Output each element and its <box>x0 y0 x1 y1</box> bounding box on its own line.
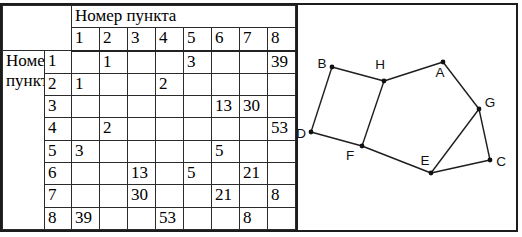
edge-C-G <box>479 109 490 160</box>
edge-A-H <box>384 62 443 81</box>
matrix-cell-3-4 <box>156 95 184 117</box>
matrix-cell-4-5 <box>184 118 212 140</box>
matrix-cell-2-5 <box>184 73 212 95</box>
matrix-cell-6-8 <box>268 162 296 184</box>
vertex-label-A: A <box>435 65 444 80</box>
matrix-cell-8-1: 39 <box>72 207 100 229</box>
content-frame: Номер пункта 12345678 Номерпункта1133921… <box>0 3 518 232</box>
matrix-cell-1-7 <box>240 51 268 73</box>
matrix-cell-5-6: 5 <box>212 140 240 162</box>
graph-area: ABCDEFGH <box>298 5 516 230</box>
vertex-dot-D <box>309 130 314 135</box>
edge-D-F <box>311 132 362 146</box>
matrix-cell-6-2 <box>100 162 128 184</box>
edge-A-G <box>443 62 479 109</box>
matrix-cell-1-4 <box>156 51 184 73</box>
matrix-cell-2-1: 1 <box>72 73 100 95</box>
matrix-row-4: 4253 <box>3 118 296 140</box>
matrix-cell-6-7: 21 <box>240 162 268 184</box>
row-label-2: 2 <box>45 73 72 95</box>
col-label-4: 4 <box>156 28 184 51</box>
matrix-cell-1-1 <box>72 51 100 73</box>
matrix-cell-1-3 <box>128 51 156 73</box>
matrix-cell-2-7 <box>240 73 268 95</box>
vertex-dot-E <box>429 171 434 176</box>
matrix-cell-3-5 <box>184 95 212 117</box>
matrix-row-2: 212 <box>3 73 296 95</box>
matrix-cell-4-4 <box>156 118 184 140</box>
row-label-7: 7 <box>45 185 72 207</box>
vertex-dot-H <box>382 79 387 84</box>
matrix-cell-3-7: 30 <box>240 95 268 117</box>
matrix-cell-2-3 <box>128 73 156 95</box>
matrix-cell-6-4 <box>156 162 184 184</box>
matrix-row-7: 730218 <box>3 185 296 207</box>
matrix-cell-5-1: 3 <box>72 140 100 162</box>
matrix-cell-3-6: 13 <box>212 95 240 117</box>
matrix-cell-6-3: 13 <box>128 162 156 184</box>
vertex-dot-B <box>330 65 335 70</box>
distance-table-wrap: Номер пункта 12345678 Номерпункта1133921… <box>2 5 298 230</box>
vertex-label-B: B <box>317 56 326 71</box>
matrix-cell-8-3 <box>128 207 156 229</box>
matrix-cell-2-8 <box>268 73 296 95</box>
matrix-cell-4-7 <box>240 118 268 140</box>
matrix-cell-7-8: 8 <box>268 185 296 207</box>
matrix-cell-2-6 <box>212 73 240 95</box>
matrix-cell-7-4 <box>156 185 184 207</box>
row-label-8: 8 <box>45 207 72 229</box>
edge-F-H <box>362 81 384 146</box>
matrix-cell-8-7: 8 <box>240 207 268 229</box>
vertex-dot-F <box>360 144 365 149</box>
col-label-5: 5 <box>184 28 212 51</box>
matrix-cell-4-3 <box>128 118 156 140</box>
row-label-5: 5 <box>45 140 72 162</box>
row-label-6: 6 <box>45 162 72 184</box>
matrix-cell-7-1 <box>72 185 100 207</box>
matrix-cell-5-2 <box>100 140 128 162</box>
matrix-cell-3-2 <box>100 95 128 117</box>
matrix-row-1: Номерпункта11339 <box>3 51 296 73</box>
vertex-dot-G <box>477 107 482 112</box>
matrix-cell-5-4 <box>156 140 184 162</box>
matrix-cell-3-3 <box>128 95 156 117</box>
corner-cell <box>3 6 72 51</box>
vertex-label-G: G <box>485 95 496 110</box>
matrix-cell-1-5: 3 <box>184 51 212 73</box>
top-header-row: Номер пункта <box>3 6 296 28</box>
left-header-label: Номерпункта <box>3 51 45 230</box>
matrix-cell-1-2: 1 <box>100 51 128 73</box>
distance-matrix-table: Номер пункта 12345678 Номерпункта1133921… <box>2 5 296 230</box>
matrix-cell-7-7 <box>240 185 268 207</box>
col-label-6: 6 <box>212 28 240 51</box>
row-label-3: 3 <box>45 95 72 117</box>
row-label-1: 1 <box>45 51 72 73</box>
matrix-row-6: 613521 <box>3 162 296 184</box>
vertex-label-H: H <box>375 57 385 72</box>
matrix-cell-7-5 <box>184 185 212 207</box>
vertex-label-E: E <box>420 153 429 168</box>
edge-B-D <box>311 67 332 132</box>
matrix-cell-4-1 <box>72 118 100 140</box>
road-graph-figure: ABCDEFGH <box>298 5 516 230</box>
matrix-cell-5-7 <box>240 140 268 162</box>
matrix-cell-2-2 <box>100 73 128 95</box>
matrix-cell-1-8: 39 <box>268 51 296 73</box>
matrix-row-5: 535 <box>3 140 296 162</box>
top-header-label: Номер пункта <box>72 6 296 28</box>
vertex-dot-A <box>441 60 446 65</box>
vertex-label-F: F <box>346 148 354 163</box>
col-label-7: 7 <box>240 28 268 51</box>
col-label-8: 8 <box>268 28 296 51</box>
exam-task-figure: Номер пункта 12345678 Номерпункта1133921… <box>0 0 522 237</box>
col-label-1: 1 <box>72 28 100 51</box>
matrix-cell-2-4: 2 <box>156 73 184 95</box>
matrix-cell-6-6 <box>212 162 240 184</box>
row-label-4: 4 <box>45 118 72 140</box>
matrix-cell-7-3: 30 <box>128 185 156 207</box>
matrix-cell-8-6 <box>212 207 240 229</box>
vertex-label-C: C <box>496 154 506 169</box>
matrix-cell-8-4: 53 <box>156 207 184 229</box>
matrix-cell-3-1 <box>72 95 100 117</box>
matrix-cell-4-6 <box>212 118 240 140</box>
col-label-3: 3 <box>128 28 156 51</box>
matrix-cell-3-8 <box>268 95 296 117</box>
matrix-cell-1-6 <box>212 51 240 73</box>
matrix-cell-4-8: 53 <box>268 118 296 140</box>
matrix-cell-7-6: 21 <box>212 185 240 207</box>
col-label-2: 2 <box>100 28 128 51</box>
matrix-cell-6-5: 5 <box>184 162 212 184</box>
matrix-cell-4-2: 2 <box>100 118 128 140</box>
matrix-cell-5-5 <box>184 140 212 162</box>
matrix-cell-6-1 <box>72 162 100 184</box>
matrix-cell-5-3 <box>128 140 156 162</box>
matrix-cell-7-2 <box>100 185 128 207</box>
vertex-dot-C <box>488 158 493 163</box>
matrix-cell-5-8 <box>268 140 296 162</box>
matrix-row-8: 839538 <box>3 207 296 229</box>
matrix-row-3: 31330 <box>3 95 296 117</box>
matrix-cell-8-2 <box>100 207 128 229</box>
matrix-cell-8-8 <box>268 207 296 229</box>
vertex-label-D: D <box>298 126 306 141</box>
matrix-cell-8-5 <box>184 207 212 229</box>
